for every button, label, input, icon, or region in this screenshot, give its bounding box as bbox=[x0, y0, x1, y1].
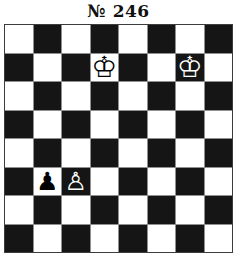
square-d5[interactable] bbox=[91, 111, 119, 139]
square-f1[interactable] bbox=[148, 225, 176, 253]
square-g6[interactable] bbox=[176, 82, 204, 110]
square-c5[interactable] bbox=[62, 111, 90, 139]
square-h8[interactable] bbox=[205, 25, 233, 53]
square-a5[interactable] bbox=[5, 111, 33, 139]
square-b5[interactable] bbox=[34, 111, 62, 139]
square-d6[interactable] bbox=[91, 82, 119, 110]
square-d7[interactable]: ♔ bbox=[91, 54, 119, 82]
square-c7[interactable] bbox=[62, 54, 90, 82]
square-a7[interactable] bbox=[5, 54, 33, 82]
square-h3[interactable] bbox=[205, 168, 233, 196]
square-h7[interactable] bbox=[205, 54, 233, 82]
black-king: ♔ bbox=[177, 54, 203, 82]
square-a8[interactable] bbox=[5, 25, 33, 53]
square-h1[interactable] bbox=[205, 225, 233, 253]
square-f2[interactable] bbox=[148, 196, 176, 224]
square-g7[interactable]: ♔ bbox=[176, 54, 204, 82]
square-f7[interactable] bbox=[148, 54, 176, 82]
square-h5[interactable] bbox=[205, 111, 233, 139]
square-c8[interactable] bbox=[62, 25, 90, 53]
square-d4[interactable] bbox=[91, 139, 119, 167]
square-b4[interactable] bbox=[34, 139, 62, 167]
square-g1[interactable] bbox=[176, 225, 204, 253]
square-a1[interactable] bbox=[5, 225, 33, 253]
square-e6[interactable] bbox=[119, 82, 147, 110]
black-pawn: ♙ bbox=[65, 169, 87, 194]
square-c3[interactable]: ♙ bbox=[62, 168, 90, 196]
chess-board: ♔♔♟♙ bbox=[4, 24, 233, 253]
square-b2[interactable] bbox=[34, 196, 62, 224]
square-f8[interactable] bbox=[148, 25, 176, 53]
square-g8[interactable] bbox=[176, 25, 204, 53]
square-c4[interactable] bbox=[62, 139, 90, 167]
square-a6[interactable] bbox=[5, 82, 33, 110]
square-a2[interactable] bbox=[5, 196, 33, 224]
square-d1[interactable] bbox=[91, 225, 119, 253]
square-b1[interactable] bbox=[34, 225, 62, 253]
square-f5[interactable] bbox=[148, 111, 176, 139]
square-e1[interactable] bbox=[119, 225, 147, 253]
diagram-page: № 246 ♔♔♟♙ bbox=[0, 0, 237, 261]
square-g3[interactable] bbox=[176, 168, 204, 196]
square-h4[interactable] bbox=[205, 139, 233, 167]
square-b8[interactable] bbox=[34, 25, 62, 53]
square-f6[interactable] bbox=[148, 82, 176, 110]
square-d2[interactable] bbox=[91, 196, 119, 224]
square-h6[interactable] bbox=[205, 82, 233, 110]
square-d8[interactable] bbox=[91, 25, 119, 53]
square-g2[interactable] bbox=[176, 196, 204, 224]
square-e4[interactable] bbox=[119, 139, 147, 167]
square-h2[interactable] bbox=[205, 196, 233, 224]
white-king: ♔ bbox=[91, 54, 117, 82]
square-c1[interactable] bbox=[62, 225, 90, 253]
square-b6[interactable] bbox=[34, 82, 62, 110]
square-e3[interactable] bbox=[119, 168, 147, 196]
square-c6[interactable] bbox=[62, 82, 90, 110]
square-g4[interactable] bbox=[176, 139, 204, 167]
square-a4[interactable] bbox=[5, 139, 33, 167]
black-pawn: ♟ bbox=[36, 169, 58, 194]
square-f3[interactable] bbox=[148, 168, 176, 196]
square-e2[interactable] bbox=[119, 196, 147, 224]
square-e8[interactable] bbox=[119, 25, 147, 53]
square-b3[interactable]: ♟ bbox=[34, 168, 62, 196]
square-f4[interactable] bbox=[148, 139, 176, 167]
square-e5[interactable] bbox=[119, 111, 147, 139]
square-b7[interactable] bbox=[34, 54, 62, 82]
square-g5[interactable] bbox=[176, 111, 204, 139]
puzzle-number: № 246 bbox=[0, 0, 237, 21]
square-c2[interactable] bbox=[62, 196, 90, 224]
square-e7[interactable] bbox=[119, 54, 147, 82]
square-a3[interactable] bbox=[5, 168, 33, 196]
square-d3[interactable] bbox=[91, 168, 119, 196]
